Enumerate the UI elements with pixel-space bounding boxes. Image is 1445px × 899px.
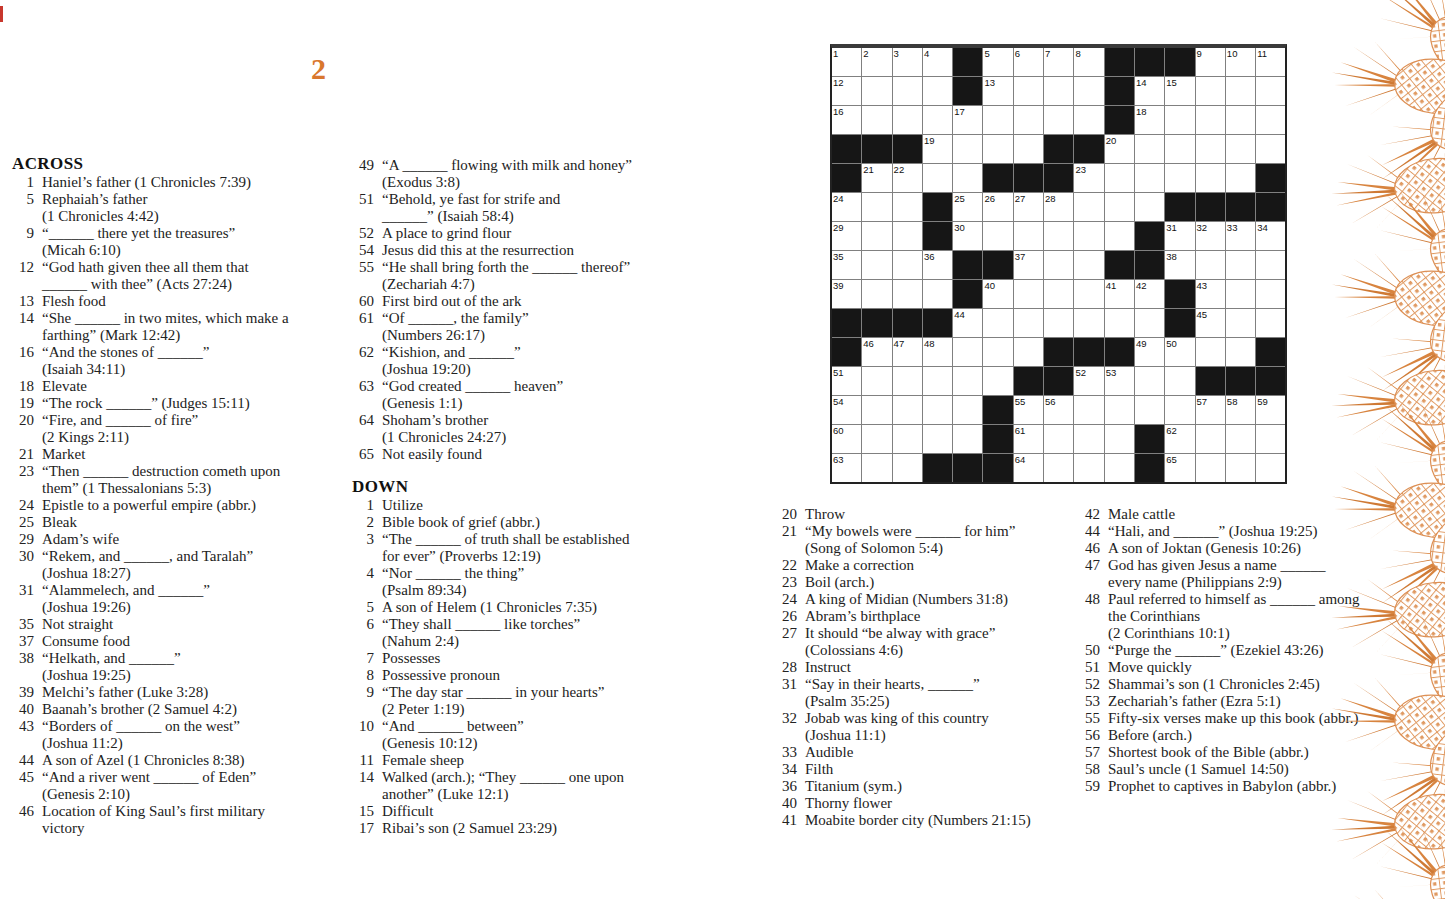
grid-cell[interactable] (983, 338, 1012, 366)
clue: 55Fifty-six verses make up this book (ab… (1080, 710, 1386, 727)
grid-cell[interactable] (1044, 251, 1073, 279)
cell-number: 27 (1015, 193, 1026, 204)
clue-text: Abram’s birthplace (805, 608, 1075, 625)
clue-text: Flesh food (42, 293, 344, 310)
cell-number: 53 (1106, 367, 1117, 378)
grid-cell[interactable] (983, 367, 1012, 395)
grid-cell[interactable] (893, 77, 922, 105)
grid-cell[interactable] (1256, 106, 1285, 134)
grid-cell[interactable]: 46 (862, 338, 891, 366)
grid-cell[interactable]: 42 (1135, 280, 1164, 308)
black-cell (1014, 164, 1043, 192)
black-cell (953, 280, 982, 308)
grid-cell[interactable]: 35 (832, 251, 861, 279)
clue-number: 20 (12, 412, 34, 429)
grid-cell[interactable]: 37 (1014, 251, 1043, 279)
grid-cell[interactable]: 5 (983, 48, 1012, 76)
clue-text: It should “be alway with grace” (Colossi… (805, 625, 1075, 659)
grid-cell[interactable]: 13 (983, 77, 1012, 105)
grid-cell[interactable]: 57 (1196, 396, 1225, 424)
clue-text: Utilize (382, 497, 670, 514)
grid-cell[interactable] (1074, 251, 1103, 279)
black-cell (1135, 454, 1164, 482)
grid-cell[interactable] (1135, 396, 1164, 424)
grid-cell[interactable] (1226, 425, 1255, 453)
clue: 1Utilize (352, 497, 670, 514)
grid-cell[interactable] (893, 396, 922, 424)
pineapple-icon (1357, 0, 1445, 109)
grid-cell[interactable] (1044, 280, 1073, 308)
pineapple-icon (1357, 269, 1445, 428)
grid-cell[interactable] (923, 164, 952, 192)
grid-cell[interactable] (953, 338, 982, 366)
clue-text: “Borders of ______ on the west” (Joshua … (42, 718, 344, 752)
grid-cell[interactable] (923, 77, 952, 105)
grid-cell[interactable] (1044, 454, 1073, 482)
grid-cell[interactable] (1014, 77, 1043, 105)
grid-cell[interactable]: 25 (953, 193, 982, 221)
grid-cell[interactable] (862, 77, 891, 105)
grid-cell[interactable] (862, 222, 891, 250)
cell-number: 40 (984, 280, 995, 291)
grid-cell[interactable] (1196, 164, 1225, 192)
grid-cell[interactable]: 58 (1226, 396, 1255, 424)
pineapple-icon (1357, 799, 1445, 899)
clue-text: “Hali, and ______” (Joshua 19:25) (1108, 523, 1386, 540)
cell-number: 28 (1045, 193, 1056, 204)
clue-text: “And a river went ______ of Eden” (Genes… (42, 769, 344, 803)
grid-cell[interactable] (1165, 396, 1194, 424)
grid-cell[interactable] (1135, 367, 1164, 395)
grid-cell[interactable] (1105, 309, 1134, 337)
black-cell (1256, 338, 1285, 366)
grid-cell[interactable] (1135, 164, 1164, 192)
grid-cell[interactable]: 34 (1256, 222, 1285, 250)
clue-number: 61 (352, 310, 374, 327)
grid-cell[interactable]: 53 (1105, 367, 1134, 395)
clue-text: A son of Joktan (Genesis 10:26) (1108, 540, 1386, 557)
grid-cell[interactable]: 59 (1256, 396, 1285, 424)
grid-cell[interactable] (1074, 396, 1103, 424)
grid-cell[interactable] (862, 425, 891, 453)
grid-cell[interactable]: 11 (1256, 48, 1285, 76)
clue: 17Ribai’s son (2 Samuel 23:29) (352, 820, 670, 837)
grid-cell[interactable] (1256, 425, 1285, 453)
grid-cell[interactable] (1256, 251, 1285, 279)
clue-number: 27 (777, 625, 797, 642)
grid-cell[interactable]: 52 (1074, 367, 1103, 395)
clue-text: Jesus did this at the resurrection (382, 242, 670, 259)
grid-cell[interactable] (1044, 222, 1073, 250)
grid-cell[interactable] (923, 367, 952, 395)
grid-cell[interactable]: 8 (1074, 48, 1103, 76)
grid-cell[interactable] (1074, 280, 1103, 308)
grid-cell[interactable]: 16 (832, 106, 861, 134)
grid-cell[interactable]: 1 (832, 48, 861, 76)
grid-cell[interactable] (893, 193, 922, 221)
grid-cell[interactable] (983, 135, 1012, 163)
clue: 55“He shall bring forth the ______ there… (352, 259, 670, 293)
grid-cell[interactable]: 39 (832, 280, 861, 308)
grid-cell[interactable] (1196, 251, 1225, 279)
clue-text: Shoham’s brother (1 Chronicles 24:27) (382, 412, 670, 446)
cell-number: 31 (1166, 222, 1177, 233)
cell-number: 7 (1045, 48, 1050, 59)
page-edge-mark (0, 6, 3, 22)
clue: 11Female sheep (352, 752, 670, 769)
clue-number: 39 (12, 684, 34, 701)
clue: 56Before (arch.) (1080, 727, 1386, 744)
grid-cell[interactable]: 22 (893, 164, 922, 192)
grid-cell[interactable] (1226, 106, 1255, 134)
grid-cell[interactable]: 23 (1074, 164, 1103, 192)
clue: 2Bible book of grief (abbr.) (352, 514, 670, 531)
grid-cell[interactable]: 12 (832, 77, 861, 105)
grid-cell[interactable] (893, 222, 922, 250)
black-cell (1196, 193, 1225, 221)
grid-cell[interactable]: 15 (1165, 77, 1194, 105)
clue-text: Before (arch.) (1108, 727, 1386, 744)
grid-cell[interactable] (1226, 135, 1255, 163)
grid-cell[interactable]: 27 (1014, 193, 1043, 221)
grid-cell[interactable]: 32 (1196, 222, 1225, 250)
cell-number: 38 (1166, 251, 1177, 262)
grid-cell[interactable]: 48 (923, 338, 952, 366)
grid-cell[interactable] (1196, 106, 1225, 134)
clue-number: 5 (12, 191, 34, 208)
grid-cell[interactable]: 43 (1196, 280, 1225, 308)
clue-text: “Say in their hearts, ______” (Psalm 35:… (805, 676, 1075, 710)
grid-cell[interactable]: 26 (983, 193, 1012, 221)
clue-number: 52 (1080, 676, 1100, 693)
grid-cell[interactable] (862, 280, 891, 308)
clue: 60First bird out of the ark (352, 293, 670, 310)
black-cell (1105, 48, 1134, 76)
grid-cell[interactable] (1074, 222, 1103, 250)
grid-cell[interactable] (1044, 309, 1073, 337)
grid-cell[interactable] (1074, 106, 1103, 134)
pineapple-decoration (1357, 269, 1445, 428)
grid-cell[interactable]: 3 (893, 48, 922, 76)
grid-cell[interactable] (862, 396, 891, 424)
grid-cell[interactable]: 4 (923, 48, 952, 76)
cell-number: 25 (954, 193, 965, 204)
grid-cell[interactable] (1044, 106, 1073, 134)
grid-cell[interactable] (1226, 338, 1255, 366)
grid-cell[interactable]: 56 (1044, 396, 1073, 424)
clue-text: First bird out of the ark (382, 293, 670, 310)
clue-number: 21 (12, 446, 34, 463)
grid-cell[interactable]: 21 (862, 164, 891, 192)
grid-cell[interactable] (1226, 280, 1255, 308)
grid-cell[interactable]: 30 (953, 222, 982, 250)
black-cell (1074, 135, 1103, 163)
grid-cell[interactable] (923, 280, 952, 308)
grid-cell[interactable]: 14 (1135, 77, 1164, 105)
clue-number: 14 (352, 769, 374, 786)
clue: 31“Alammelech, and ______” (Joshua 19:26… (12, 582, 344, 616)
clue-number: 7 (352, 650, 374, 667)
grid-cell[interactable] (1105, 193, 1134, 221)
clue-text: “Purge the ______” (Ezekiel 43:26) (1108, 642, 1386, 659)
clue: 30“Rekem, and ______, and Taralah” (Josh… (12, 548, 344, 582)
grid-cell[interactable]: 28 (1044, 193, 1073, 221)
grid-cell[interactable]: 45 (1196, 309, 1225, 337)
clue-text: “He shall bring forth the ______ thereof… (382, 259, 670, 293)
cell-number: 60 (833, 425, 844, 436)
grid-cell[interactable]: 54 (832, 396, 861, 424)
clue-text: Elevate (42, 378, 344, 395)
clue-number: 34 (777, 761, 797, 778)
grid-cell[interactable]: 49 (1135, 338, 1164, 366)
grid-cell[interactable] (1226, 251, 1255, 279)
clue-text: “Then ______ destruction cometh upon the… (42, 463, 344, 497)
grid-cell[interactable]: 62 (1165, 425, 1194, 453)
grid-cell[interactable] (1044, 425, 1073, 453)
cell-number: 56 (1045, 396, 1056, 407)
clue: 26Abram’s birthplace (777, 608, 1075, 625)
down-clue-list-2: 20Throw21“My bowels were ______ for him”… (777, 506, 1075, 829)
grid-cell[interactable]: 10 (1226, 48, 1255, 76)
grid-cell[interactable] (1165, 106, 1194, 134)
clue-text: Consume food (42, 633, 344, 650)
cell-number: 32 (1197, 222, 1208, 233)
grid-cell[interactable] (1196, 135, 1225, 163)
clue-text: Location of King Saul’s first military v… (42, 803, 344, 837)
clue: 46A son of Joktan (Genesis 10:26) (1080, 540, 1386, 557)
grid-cell[interactable] (1226, 164, 1255, 192)
grid-cell[interactable]: 9 (1196, 48, 1225, 76)
grid-cell[interactable] (1256, 280, 1285, 308)
grid-cell[interactable]: 40 (983, 280, 1012, 308)
grid-cell[interactable] (923, 396, 952, 424)
grid-cell[interactable] (1074, 425, 1103, 453)
clue: 53Zechariah’s father (Ezra 5:1) (1080, 693, 1386, 710)
across-clue-list-1: 1Haniel’s father (1 Chronicles 7:39)5Rep… (12, 174, 344, 837)
clue-text: Bible book of grief (abbr.) (382, 514, 670, 531)
cell-number: 51 (833, 367, 844, 378)
grid-cell[interactable] (1196, 454, 1225, 482)
grid-cell[interactable] (1256, 77, 1285, 105)
clue-number: 3 (352, 531, 374, 548)
cell-number: 59 (1257, 396, 1268, 407)
grid-cell[interactable]: 17 (953, 106, 982, 134)
grid-cell[interactable] (1044, 77, 1073, 105)
clue: 20Throw (777, 506, 1075, 523)
grid-cell[interactable]: 6 (1014, 48, 1043, 76)
grid-cell[interactable] (1074, 77, 1103, 105)
grid-cell[interactable] (893, 454, 922, 482)
clue-number: 26 (777, 608, 797, 625)
grid-cell[interactable] (983, 222, 1012, 250)
clue: 13Flesh food (12, 293, 344, 310)
black-cell (832, 135, 861, 163)
clue: 51Move quickly (1080, 659, 1386, 676)
grid-cell[interactable] (1165, 164, 1194, 192)
grid-cell[interactable] (893, 280, 922, 308)
grid-cell[interactable] (862, 193, 891, 221)
grid-cell[interactable] (1135, 135, 1164, 163)
cell-number: 22 (894, 164, 905, 175)
grid-cell[interactable]: 29 (832, 222, 861, 250)
grid-cell[interactable] (1014, 280, 1043, 308)
grid-cell[interactable]: 55 (1014, 396, 1043, 424)
grid-cell[interactable] (862, 251, 891, 279)
grid-cell[interactable] (862, 367, 891, 395)
black-cell (1014, 367, 1043, 395)
pineapple-decoration (1327, 139, 1445, 238)
grid-cell[interactable] (1014, 106, 1043, 134)
cell-number: 2 (863, 48, 868, 59)
black-cell (1256, 193, 1285, 221)
clue: 14“She ______ in two mites, which make a… (12, 310, 344, 344)
grid-cell[interactable]: 44 (953, 309, 982, 337)
clue: 57Shortest book of the Bible (abbr.) (1080, 744, 1386, 761)
grid-cell[interactable]: 50 (1165, 338, 1194, 366)
cell-number: 5 (984, 48, 989, 59)
grid-cell[interactable] (893, 425, 922, 453)
grid-cell[interactable] (923, 106, 952, 134)
pineapple-decoration (1357, 57, 1445, 216)
grid-cell[interactable] (1105, 454, 1134, 482)
clue: 8Possessive pronoun (352, 667, 670, 684)
grid-cell[interactable]: 64 (1014, 454, 1043, 482)
grid-cell[interactable]: 41 (1105, 280, 1134, 308)
grid-cell[interactable]: 7 (1044, 48, 1073, 76)
cell-number: 49 (1136, 338, 1147, 349)
grid-cell[interactable]: 20 (1105, 135, 1134, 163)
clue-number: 31 (777, 676, 797, 693)
grid-cell[interactable] (1105, 164, 1134, 192)
clue: 50“Purge the ______” (Ezekiel 43:26) (1080, 642, 1386, 659)
grid-cell[interactable] (1014, 309, 1043, 337)
grid-cell[interactable]: 19 (923, 135, 952, 163)
grid-cell[interactable] (1196, 77, 1225, 105)
pineapple-decoration (1327, 33, 1445, 132)
grid-cell[interactable]: 65 (1165, 454, 1194, 482)
grid-cell[interactable] (1074, 454, 1103, 482)
clue-number: 36 (777, 778, 797, 795)
cell-number: 4 (924, 48, 929, 59)
cell-number: 62 (1166, 425, 1177, 436)
grid-cell[interactable] (923, 425, 952, 453)
clue-number: 64 (352, 412, 374, 429)
grid-cell[interactable] (1226, 454, 1255, 482)
clue: 18Elevate (12, 378, 344, 395)
grid-cell[interactable]: 2 (862, 48, 891, 76)
grid-cell[interactable] (953, 425, 982, 453)
grid-cell[interactable] (1226, 309, 1255, 337)
clue-number: 22 (777, 557, 797, 574)
grid-cell[interactable] (1014, 135, 1043, 163)
clue-number: 35 (12, 616, 34, 633)
black-cell (1044, 338, 1073, 366)
grid-cell[interactable] (953, 396, 982, 424)
across-clue-list-2: 49“A ______ flowing with milk and honey”… (352, 157, 670, 463)
grid-cell[interactable]: 24 (832, 193, 861, 221)
grid-cell[interactable] (1135, 193, 1164, 221)
black-cell (862, 135, 891, 163)
grid-cell[interactable] (862, 106, 891, 134)
cell-number: 64 (1015, 454, 1026, 465)
grid-cell[interactable] (953, 164, 982, 192)
grid-cell[interactable]: 38 (1165, 251, 1194, 279)
grid-cell[interactable] (1014, 338, 1043, 366)
grid-cell[interactable] (1014, 222, 1043, 250)
grid-cell[interactable] (1074, 193, 1103, 221)
grid-cell[interactable] (1105, 222, 1134, 250)
clue-text: “My bowels were ______ for him” (Song of… (805, 523, 1075, 557)
clue-text: A place to grind flour (382, 225, 670, 242)
clue: 48Paul referred to himself as ______ amo… (1080, 591, 1386, 642)
black-cell (1256, 164, 1285, 192)
grid-cell[interactable] (1165, 135, 1194, 163)
grid-cell[interactable] (1226, 77, 1255, 105)
grid-cell[interactable] (862, 454, 891, 482)
grid-cell[interactable] (983, 106, 1012, 134)
clue-text: “God hath given thee all them that _____… (42, 259, 344, 293)
clue-number: 57 (1080, 744, 1100, 761)
clue-number: 50 (1080, 642, 1100, 659)
clue-text: Shortest book of the Bible (abbr.) (1108, 744, 1386, 761)
clue-text: God has given Jesus a name ______ every … (1108, 557, 1386, 591)
clue-number: 30 (12, 548, 34, 565)
down-clues-column-2: 20Throw21“My bowels were ______ for him”… (777, 506, 1075, 829)
grid-cell[interactable] (1105, 425, 1134, 453)
clue-number: 62 (352, 344, 374, 361)
grid-cell[interactable] (1165, 367, 1194, 395)
grid-cell[interactable] (1196, 425, 1225, 453)
grid-cell[interactable] (953, 367, 982, 395)
grid-cell[interactable]: 47 (893, 338, 922, 366)
clue-number: 24 (12, 497, 34, 514)
grid-cell[interactable] (1256, 135, 1285, 163)
grid-cell[interactable]: 33 (1226, 222, 1255, 250)
clue-number: 16 (12, 344, 34, 361)
cell-number: 54 (833, 396, 844, 407)
grid-cell[interactable]: 36 (923, 251, 952, 279)
grid-cell[interactable]: 18 (1135, 106, 1164, 134)
clue: 38“Helkath, and ______” (Joshua 19:25) (12, 650, 344, 684)
grid-cell[interactable] (1256, 309, 1285, 337)
grid-cell[interactable]: 31 (1165, 222, 1194, 250)
grid-cell[interactable] (1105, 396, 1134, 424)
grid-cell[interactable] (1256, 454, 1285, 482)
grid-cell[interactable] (983, 309, 1012, 337)
grid-cell[interactable]: 61 (1014, 425, 1043, 453)
grid-cell[interactable]: 60 (832, 425, 861, 453)
grid-cell[interactable] (893, 251, 922, 279)
clue: 27It should “be alway with grace” (Colos… (777, 625, 1075, 659)
cell-number: 55 (1015, 396, 1026, 407)
clue: 10“And ______ between” (Genesis 10:12) (352, 718, 670, 752)
grid-cell[interactable]: 63 (832, 454, 861, 482)
clue-number: 44 (12, 752, 34, 769)
clue-number: 14 (12, 310, 34, 327)
grid-cell[interactable] (893, 106, 922, 134)
black-cell (953, 77, 982, 105)
cell-number: 41 (1106, 280, 1117, 291)
pineapple-icon (1327, 139, 1445, 238)
grid-cell[interactable] (1135, 309, 1164, 337)
black-cell (1135, 425, 1164, 453)
grid-cell[interactable] (1196, 338, 1225, 366)
grid-cell[interactable] (893, 367, 922, 395)
grid-cell[interactable] (953, 135, 982, 163)
cell-number: 8 (1075, 48, 1080, 59)
grid-cell[interactable]: 51 (832, 367, 861, 395)
grid-cell[interactable] (1074, 309, 1103, 337)
